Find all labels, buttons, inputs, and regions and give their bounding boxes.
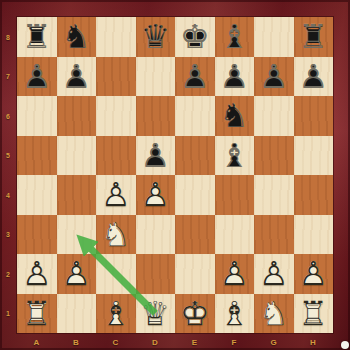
square-e3[interactable]: [175, 215, 215, 255]
piece-black-pawn[interactable]: ♟♙: [219, 60, 249, 93]
piece-white-pawn[interactable]: ♟♙: [101, 178, 131, 211]
square-c7[interactable]: [96, 57, 136, 97]
piece-black-queen[interactable]: ♛♕: [140, 20, 170, 53]
rank-label-1: 1: [6, 310, 10, 317]
square-g7[interactable]: ♟♙: [254, 57, 294, 97]
square-h6[interactable]: [294, 96, 334, 136]
rank-label-2: 2: [6, 270, 10, 277]
file-label-f: F: [232, 338, 237, 347]
square-a2[interactable]: ♟♙: [17, 254, 57, 294]
file-label-b: B: [73, 338, 79, 347]
piece-black-rook[interactable]: ♜♖: [22, 20, 52, 53]
piece-white-bishop[interactable]: ♝♗: [219, 297, 249, 330]
square-b6[interactable]: [57, 96, 97, 136]
square-h2[interactable]: ♟♙: [294, 254, 334, 294]
square-h7[interactable]: ♟♙: [294, 57, 334, 97]
square-d7[interactable]: [136, 57, 176, 97]
chess-board[interactable]: ♜♖♞♘♛♕♚♔♝♗♜♖♟♙♟♙♟♙♟♙♟♙♟♙♞♘♟♙♝♗♟♙♟♙♞♘♟♙♟♙…: [17, 17, 333, 333]
square-f1[interactable]: ♝♗: [215, 294, 255, 334]
square-h8[interactable]: ♜♖: [294, 17, 334, 57]
square-d8[interactable]: ♛♕: [136, 17, 176, 57]
square-c2[interactable]: [96, 254, 136, 294]
square-c4[interactable]: ♟♙: [96, 175, 136, 215]
square-f6[interactable]: ♞♘: [215, 96, 255, 136]
square-e7[interactable]: ♟♙: [175, 57, 215, 97]
square-d6[interactable]: [136, 96, 176, 136]
square-f2[interactable]: ♟♙: [215, 254, 255, 294]
square-a6[interactable]: [17, 96, 57, 136]
piece-black-rook[interactable]: ♜♖: [298, 20, 328, 53]
piece-white-pawn[interactable]: ♟♙: [298, 257, 328, 290]
piece-black-pawn[interactable]: ♟♙: [61, 60, 91, 93]
file-label-g: G: [270, 338, 277, 347]
square-f8[interactable]: ♝♗: [215, 17, 255, 57]
square-d4[interactable]: ♟♙: [136, 175, 176, 215]
square-d1[interactable]: ♛♕: [136, 294, 176, 334]
piece-white-queen[interactable]: ♛♕: [140, 297, 170, 330]
square-a8[interactable]: ♜♖: [17, 17, 57, 57]
square-g8[interactable]: [254, 17, 294, 57]
square-a5[interactable]: [17, 136, 57, 176]
piece-white-king[interactable]: ♚♔: [180, 297, 210, 330]
file-label-a: A: [34, 338, 40, 347]
square-h5[interactable]: [294, 136, 334, 176]
file-label-h: H: [310, 338, 316, 347]
piece-white-rook[interactable]: ♜♖: [22, 297, 52, 330]
square-g5[interactable]: [254, 136, 294, 176]
rank-label-7: 7: [6, 73, 10, 80]
piece-black-bishop[interactable]: ♝♗: [219, 139, 249, 172]
piece-black-knight[interactable]: ♞♘: [61, 20, 91, 53]
piece-white-rook[interactable]: ♜♖: [298, 297, 328, 330]
rank-label-4: 4: [6, 191, 10, 198]
square-a3[interactable]: [17, 215, 57, 255]
square-b2[interactable]: ♟♙: [57, 254, 97, 294]
piece-black-bishop[interactable]: ♝♗: [219, 20, 249, 53]
square-c5[interactable]: [96, 136, 136, 176]
square-d5[interactable]: ♟♙: [136, 136, 176, 176]
square-g1[interactable]: ♞♘: [254, 294, 294, 334]
piece-black-king[interactable]: ♚♔: [180, 20, 210, 53]
file-label-c: C: [113, 338, 119, 347]
square-e1[interactable]: ♚♔: [175, 294, 215, 334]
square-b8[interactable]: ♞♘: [57, 17, 97, 57]
chess-board-frame: ♜♖♞♘♛♕♚♔♝♗♜♖♟♙♟♙♟♙♟♙♟♙♟♙♞♘♟♙♝♗♟♙♟♙♞♘♟♙♟♙…: [0, 0, 350, 350]
square-a4[interactable]: [17, 175, 57, 215]
rank-label-3: 3: [6, 231, 10, 238]
square-b3[interactable]: [57, 215, 97, 255]
square-f5[interactable]: ♝♗: [215, 136, 255, 176]
piece-white-pawn[interactable]: ♟♙: [140, 178, 170, 211]
square-c3[interactable]: ♞♘: [96, 215, 136, 255]
piece-white-bishop[interactable]: ♝♗: [101, 297, 131, 330]
square-g3[interactable]: [254, 215, 294, 255]
square-h1[interactable]: ♜♖: [294, 294, 334, 334]
square-b1[interactable]: [57, 294, 97, 334]
piece-white-pawn[interactable]: ♟♙: [259, 257, 289, 290]
square-g6[interactable]: [254, 96, 294, 136]
piece-black-pawn[interactable]: ♟♙: [298, 60, 328, 93]
piece-white-pawn[interactable]: ♟♙: [22, 257, 52, 290]
square-c8[interactable]: [96, 17, 136, 57]
square-e5[interactable]: [175, 136, 215, 176]
piece-white-pawn[interactable]: ♟♙: [61, 257, 91, 290]
file-label-e: E: [192, 338, 198, 347]
square-e4[interactable]: [175, 175, 215, 215]
square-b7[interactable]: ♟♙: [57, 57, 97, 97]
square-c1[interactable]: ♝♗: [96, 294, 136, 334]
square-e6[interactable]: [175, 96, 215, 136]
square-b4[interactable]: [57, 175, 97, 215]
square-g2[interactable]: ♟♙: [254, 254, 294, 294]
rank-label-8: 8: [6, 33, 10, 40]
square-a1[interactable]: ♜♖: [17, 294, 57, 334]
square-d2[interactable]: [136, 254, 176, 294]
square-f4[interactable]: [215, 175, 255, 215]
rank-label-5: 5: [6, 152, 10, 159]
side-to-move-indicator: [341, 341, 349, 349]
square-h4[interactable]: [294, 175, 334, 215]
square-e8[interactable]: ♚♔: [175, 17, 215, 57]
square-d3[interactable]: [136, 215, 176, 255]
square-b5[interactable]: [57, 136, 97, 176]
piece-white-knight[interactable]: ♞♘: [259, 297, 289, 330]
piece-black-pawn[interactable]: ♟♙: [22, 60, 52, 93]
rank-label-6: 6: [6, 112, 10, 119]
piece-black-pawn[interactable]: ♟♙: [180, 60, 210, 93]
square-f7[interactable]: ♟♙: [215, 57, 255, 97]
piece-white-knight[interactable]: ♞♘: [101, 218, 131, 251]
file-label-d: D: [152, 338, 158, 347]
piece-black-pawn[interactable]: ♟♙: [140, 139, 170, 172]
square-e2[interactable]: [175, 254, 215, 294]
square-c6[interactable]: [96, 96, 136, 136]
square-f3[interactable]: [215, 215, 255, 255]
square-h3[interactable]: [294, 215, 334, 255]
piece-black-pawn[interactable]: ♟♙: [259, 60, 289, 93]
square-g4[interactable]: [254, 175, 294, 215]
piece-black-knight[interactable]: ♞♘: [219, 99, 249, 132]
piece-white-pawn[interactable]: ♟♙: [219, 257, 249, 290]
square-a7[interactable]: ♟♙: [17, 57, 57, 97]
